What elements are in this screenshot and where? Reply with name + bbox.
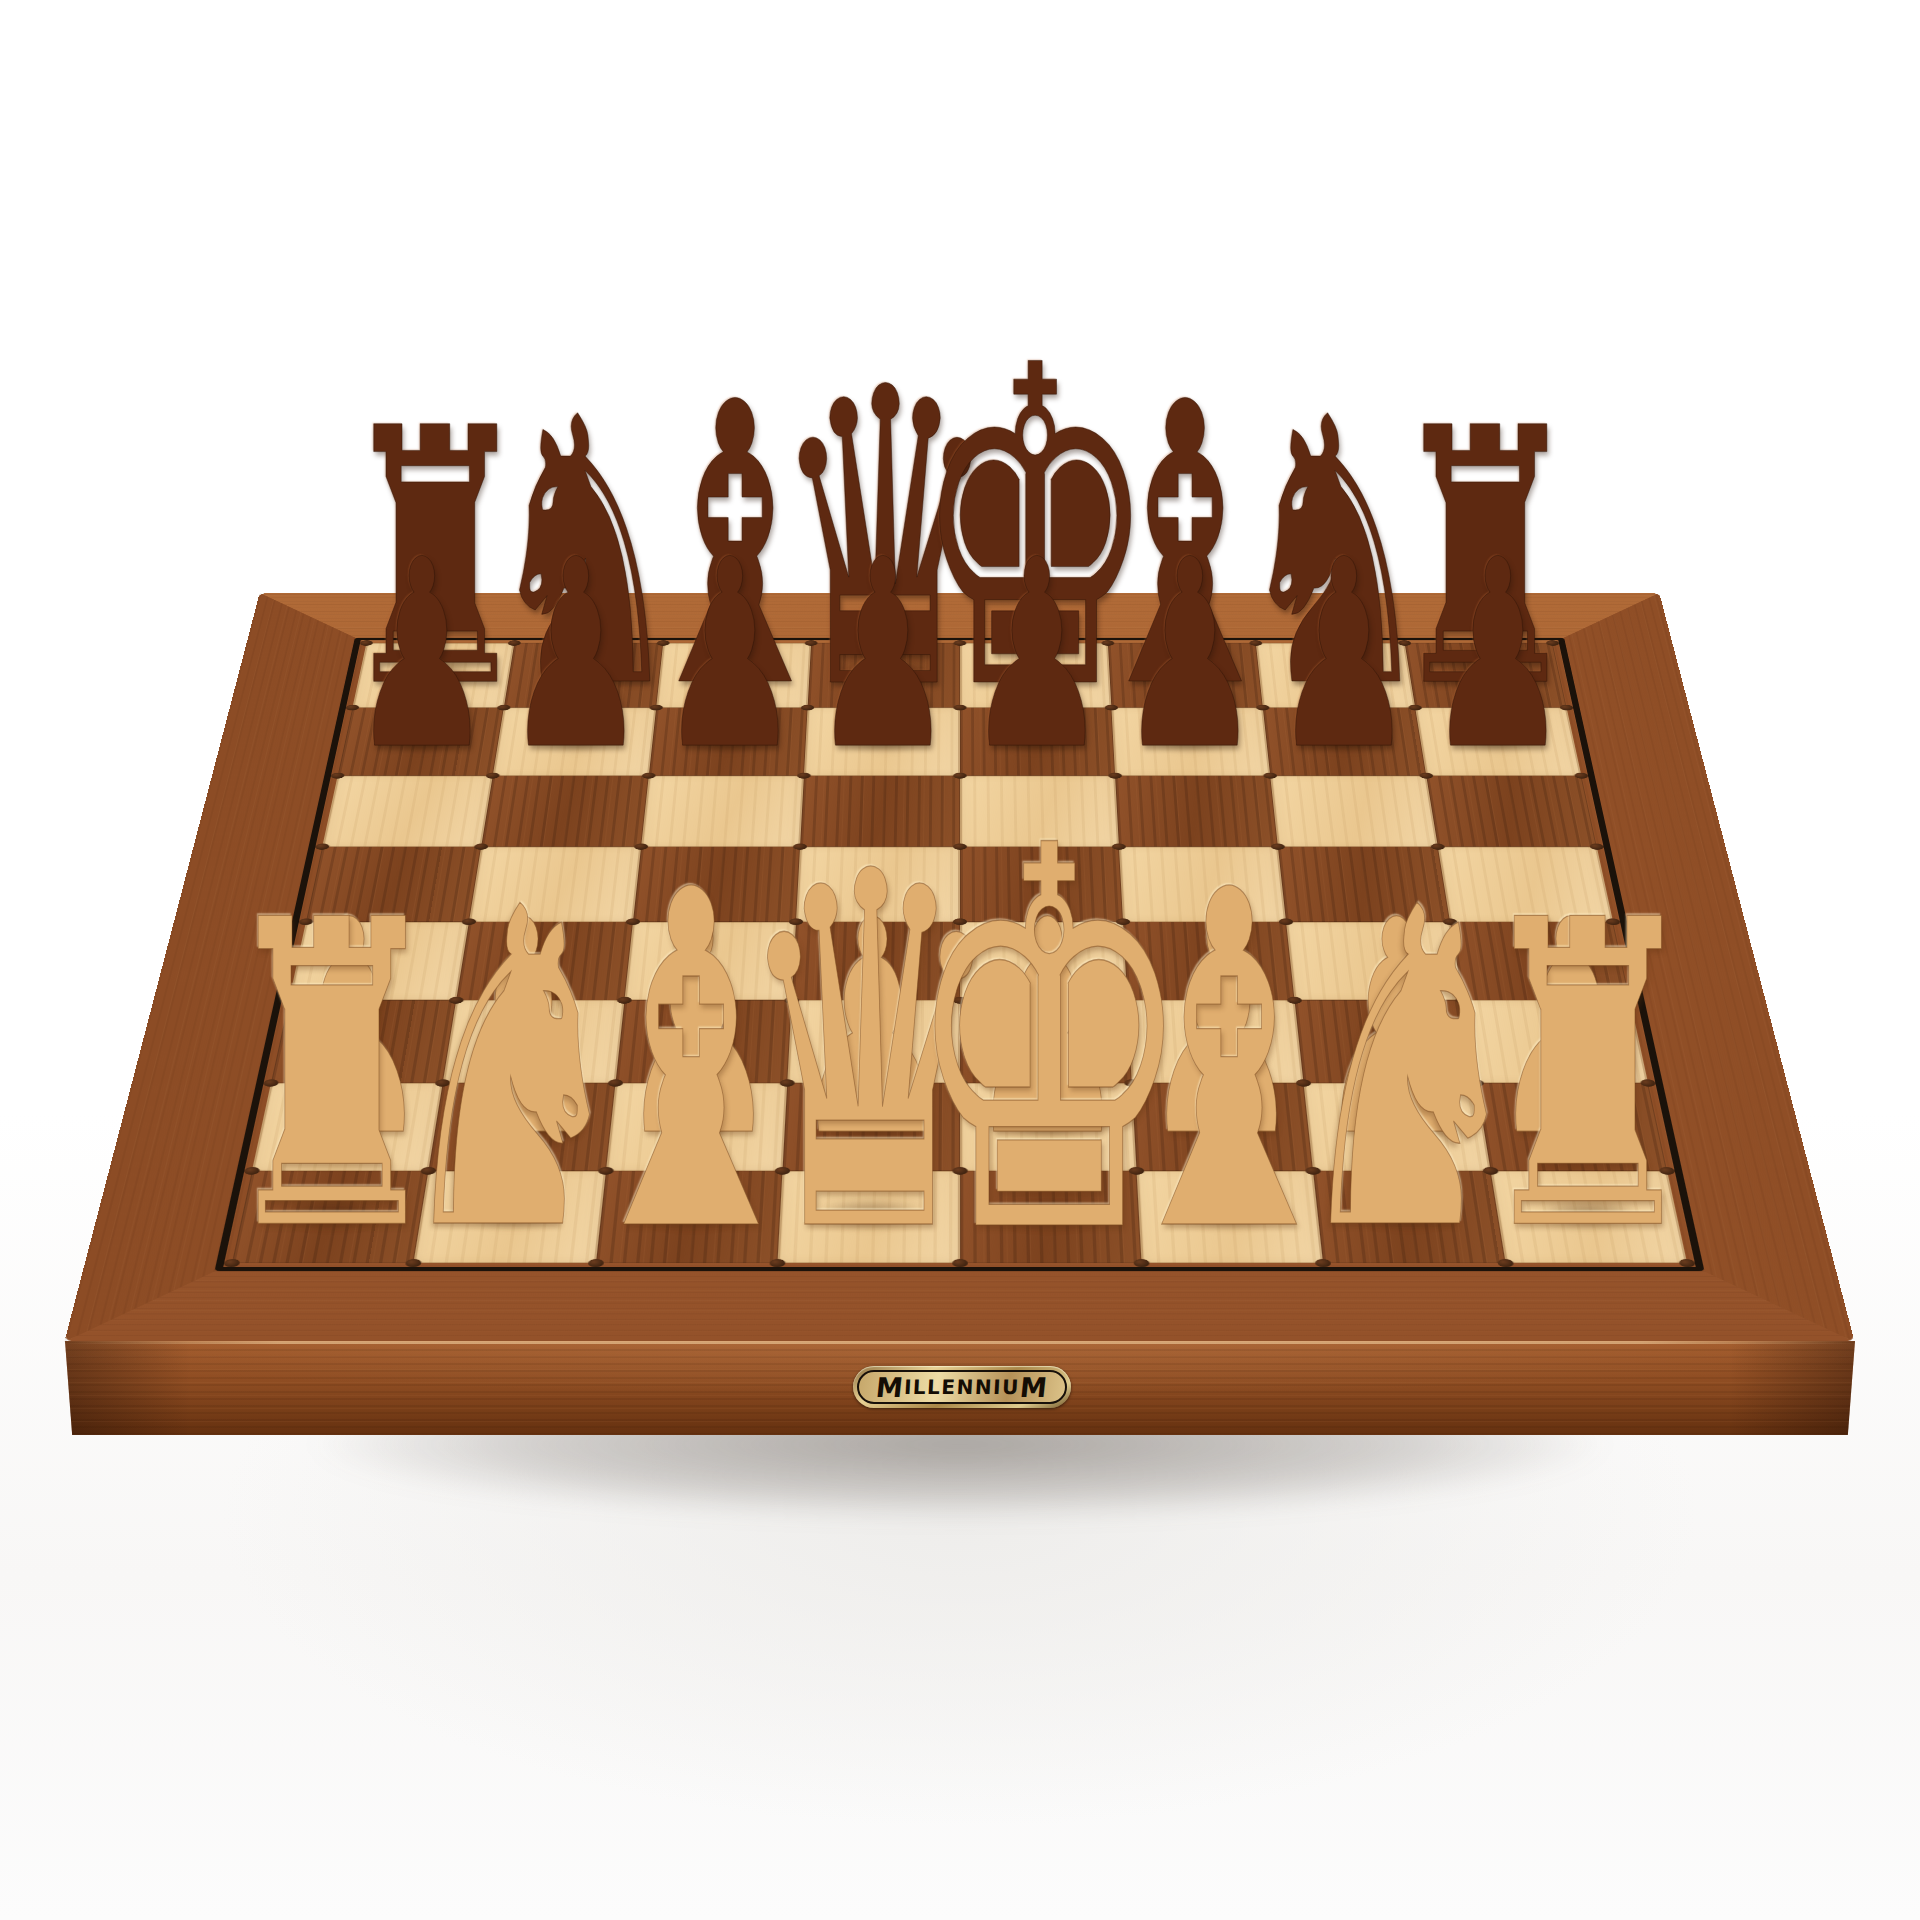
corner-dot	[625, 918, 640, 925]
corner-dot	[315, 844, 330, 850]
corner-dot	[793, 844, 807, 850]
corner-dot	[1574, 773, 1589, 779]
board-front-edge: MILLENNIUM	[65, 1341, 1855, 1435]
corner-dot	[1442, 918, 1457, 925]
corner-dot	[1560, 705, 1574, 711]
corner-dot	[435, 1079, 451, 1086]
corner-dot	[789, 918, 803, 925]
corner-dot	[1398, 640, 1412, 645]
front-edge-highlight	[65, 1341, 1855, 1344]
corner-dot	[1455, 997, 1470, 1004]
square-corner-dots	[232, 643, 1687, 1263]
corner-dot	[1249, 640, 1262, 645]
corner-dot	[1105, 705, 1118, 711]
corner-dot	[952, 1259, 968, 1267]
brand-letter-last: M	[1018, 1374, 1049, 1401]
corner-dot	[952, 997, 966, 1004]
corner-dot	[1296, 1079, 1312, 1086]
corner-dot	[1622, 997, 1638, 1004]
corner-dot	[1129, 1167, 1145, 1175]
corner-dot	[1116, 918, 1130, 925]
corner-dot	[330, 773, 345, 779]
corner-dot	[1640, 1079, 1656, 1086]
corner-dot	[263, 1079, 279, 1086]
corner-dot	[462, 918, 477, 925]
brand-nameplate: MILLENNIUM	[853, 1366, 1071, 1408]
corner-dot	[953, 773, 966, 779]
corner-dot	[952, 1167, 967, 1175]
corner-dot	[486, 773, 500, 779]
corner-dot	[1430, 844, 1445, 850]
corner-dot	[780, 1079, 795, 1086]
corner-dot	[1263, 773, 1277, 779]
corner-dot	[1468, 1079, 1484, 1086]
corner-dot	[1315, 1259, 1331, 1267]
chess-board-top-surface	[64, 593, 1854, 1342]
product-photo-stage: MILLENNIUM ♜♞♝♛♚♝♞♜♟♟♟♟♟♟♟♟♟♟♟♟♟♟♟♟♜♞♝♛♚…	[0, 0, 1920, 1920]
corner-dot	[784, 997, 799, 1004]
corner-dot	[1101, 640, 1114, 645]
corner-dot	[1419, 773, 1433, 779]
corner-dot	[1112, 844, 1126, 850]
corner-dot	[1305, 1167, 1321, 1175]
corner-dot	[1256, 705, 1270, 711]
corner-dot	[953, 705, 966, 711]
corner-dot	[953, 844, 967, 850]
corner-dot	[449, 997, 464, 1004]
corner-dot	[952, 918, 966, 925]
corner-dot	[474, 844, 489, 850]
corner-dot	[1408, 705, 1422, 711]
corner-dot	[953, 640, 966, 645]
corner-dot	[1279, 918, 1294, 925]
corner-dot	[656, 640, 669, 645]
corner-dot	[244, 1167, 261, 1175]
corner-dot	[1589, 844, 1604, 850]
corner-dot	[607, 1079, 623, 1086]
corner-dot	[634, 844, 648, 850]
corner-dot	[598, 1167, 614, 1175]
corner-dot	[1133, 1259, 1149, 1267]
corner-dot	[797, 773, 811, 779]
corner-dot	[805, 640, 818, 645]
corner-dot	[642, 773, 656, 779]
brand-nameplate-inner: MILLENNIUM	[857, 1370, 1067, 1404]
corner-dot	[298, 918, 313, 925]
corner-dot	[497, 705, 511, 711]
corner-dot	[1659, 1167, 1676, 1175]
corner-dot	[1271, 844, 1285, 850]
corner-dot	[617, 997, 632, 1004]
corner-dot	[801, 705, 814, 711]
corner-dot	[1120, 997, 1135, 1004]
corner-dot	[281, 997, 297, 1004]
brand-letter-first: M	[875, 1374, 906, 1401]
corner-dot	[359, 640, 373, 645]
brand-letters-middle: ILLENNIU	[904, 1377, 1021, 1397]
corner-dot	[1605, 918, 1620, 925]
corner-dot	[1497, 1259, 1514, 1267]
corner-dot	[508, 640, 522, 645]
corner-dot	[1124, 1079, 1139, 1086]
corner-dot	[1546, 640, 1560, 645]
corner-dot	[345, 705, 359, 711]
corner-dot	[1287, 997, 1302, 1004]
corner-dot	[952, 1079, 967, 1086]
corner-dot	[775, 1167, 791, 1175]
corner-dot	[1482, 1167, 1498, 1175]
corner-dot	[649, 705, 663, 711]
corner-dot	[1108, 773, 1122, 779]
corner-dot	[421, 1167, 437, 1175]
